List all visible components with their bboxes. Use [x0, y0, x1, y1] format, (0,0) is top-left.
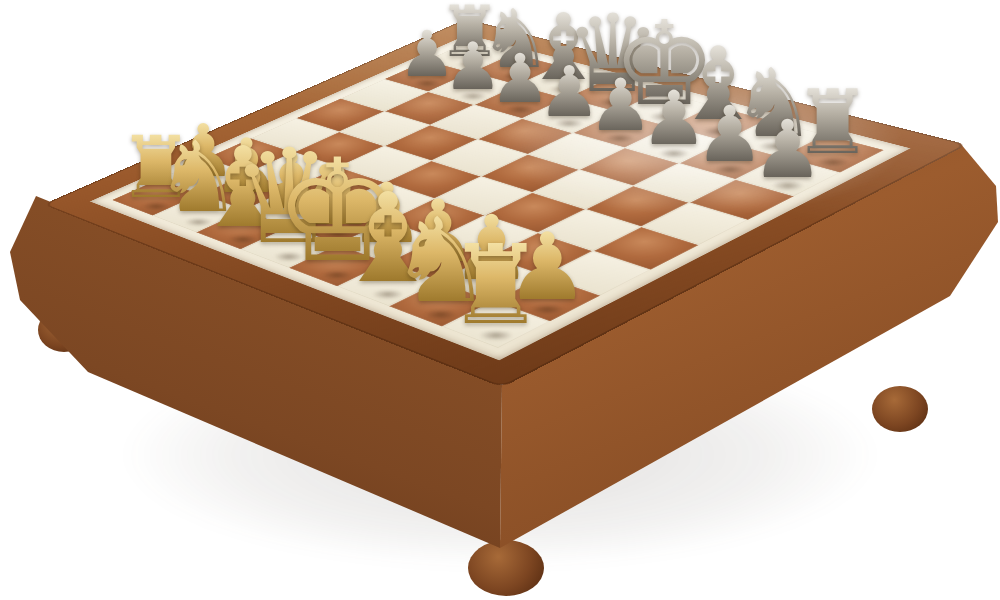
pieces-layer: ♜♞♝♛♚♝♞♜♟♟♟♟♟♟♟♟♟♟♟♟♟♟♟♟♜♞♝♛♚♝♞♜ [0, 0, 1000, 600]
piece-black-pawn-h7[interactable]: ♟ [752, 110, 824, 190]
chess-set-scene: ♜♞♝♛♚♝♞♜♟♟♟♟♟♟♟♟♟♟♟♟♟♟♟♟♜♞♝♛♚♝♞♜ [0, 0, 1000, 600]
piece-white-rook-h1[interactable]: ♜ [447, 231, 545, 341]
